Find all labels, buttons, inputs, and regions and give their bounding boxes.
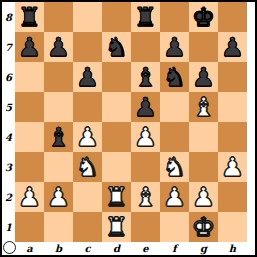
black-pawn-b7[interactable]: ♟ [47, 32, 70, 62]
square-e7[interactable] [131, 32, 160, 62]
square-c7[interactable] [73, 32, 102, 62]
square-d4[interactable] [102, 122, 131, 152]
square-d6[interactable] [102, 62, 131, 92]
file-label-a: a [15, 242, 44, 255]
square-g7[interactable] [189, 32, 218, 62]
white-pawn-g2[interactable]: ♟ [192, 182, 215, 212]
square-c6[interactable]: ♟ [73, 62, 102, 92]
white-pawn-a2[interactable]: ♟ [18, 182, 41, 212]
black-bishop-e6[interactable]: ♝ [134, 62, 157, 92]
square-h1[interactable] [218, 212, 247, 242]
square-a4[interactable] [15, 122, 44, 152]
file-label-h: h [218, 242, 247, 255]
square-f3[interactable]: ♞ [160, 152, 189, 182]
square-c5[interactable] [73, 92, 102, 122]
square-g3[interactable] [189, 152, 218, 182]
black-pawn-a7[interactable]: ♟ [18, 32, 41, 62]
square-f4[interactable] [160, 122, 189, 152]
square-e4[interactable]: ♟ [131, 122, 160, 152]
square-b2[interactable]: ♟ [44, 182, 73, 212]
black-pawn-g6[interactable]: ♟ [192, 62, 215, 92]
square-d3[interactable] [102, 152, 131, 182]
square-e6[interactable]: ♝ [131, 62, 160, 92]
black-pawn-e5[interactable]: ♟ [134, 92, 157, 122]
rank-label-1: 1 [2, 212, 15, 242]
square-a2[interactable]: ♟ [15, 182, 44, 212]
square-h2[interactable] [218, 182, 247, 212]
square-b6[interactable] [44, 62, 73, 92]
chess-diagram: 87654321 ♜♜♚♟♟♞♟♟♟♝♞♟♟♝♝♟♟♞♞♟♟♟♜♝♟♟♜♚ ab… [0, 0, 257, 257]
square-b3[interactable] [44, 152, 73, 182]
square-h7[interactable]: ♟ [218, 32, 247, 62]
square-b7[interactable]: ♟ [44, 32, 73, 62]
file-label-f: f [160, 242, 189, 255]
square-h6[interactable] [218, 62, 247, 92]
black-pawn-f7[interactable]: ♟ [163, 32, 186, 62]
square-g8[interactable]: ♚ [189, 2, 218, 32]
square-e1[interactable] [131, 212, 160, 242]
rank-label-5: 5 [2, 92, 15, 122]
rank-label-6: 6 [2, 62, 15, 92]
square-a7[interactable]: ♟ [15, 32, 44, 62]
square-g2[interactable]: ♟ [189, 182, 218, 212]
black-rook-e8[interactable]: ♜ [134, 2, 157, 32]
black-rook-a8[interactable]: ♜ [18, 2, 41, 32]
square-b8[interactable] [44, 2, 73, 32]
square-a5[interactable] [15, 92, 44, 122]
rank-label-7: 7 [2, 32, 15, 62]
square-h3[interactable]: ♟ [218, 152, 247, 182]
rank-label-8: 8 [2, 2, 15, 32]
black-knight-d7[interactable]: ♞ [105, 32, 128, 62]
white-pawn-f2[interactable]: ♟ [163, 182, 186, 212]
square-f6[interactable]: ♞ [160, 62, 189, 92]
white-to-move-indicator [3, 241, 16, 254]
file-label-e: e [131, 242, 160, 255]
square-d5[interactable] [102, 92, 131, 122]
square-e8[interactable]: ♜ [131, 2, 160, 32]
square-g6[interactable]: ♟ [189, 62, 218, 92]
white-king-g1[interactable]: ♚ [192, 212, 215, 242]
square-e3[interactable] [131, 152, 160, 182]
square-g1[interactable]: ♚ [189, 212, 218, 242]
square-a8[interactable]: ♜ [15, 2, 44, 32]
square-b4[interactable]: ♝ [44, 122, 73, 152]
rank-label-2: 2 [2, 182, 15, 212]
square-h4[interactable] [218, 122, 247, 152]
square-h8[interactable] [218, 2, 247, 32]
square-e2[interactable]: ♝ [131, 182, 160, 212]
square-c4[interactable]: ♟ [73, 122, 102, 152]
square-f8[interactable] [160, 2, 189, 32]
square-a6[interactable] [15, 62, 44, 92]
white-bishop-g5[interactable]: ♝ [192, 92, 215, 122]
file-label-b: b [44, 242, 73, 255]
black-knight-f6[interactable]: ♞ [163, 62, 186, 92]
square-f2[interactable]: ♟ [160, 182, 189, 212]
square-f5[interactable] [160, 92, 189, 122]
black-king-g8[interactable]: ♚ [192, 2, 215, 32]
file-label-d: d [102, 242, 131, 255]
square-b5[interactable] [44, 92, 73, 122]
square-c1[interactable] [73, 212, 102, 242]
black-bishop-b4[interactable]: ♝ [47, 122, 70, 152]
square-d2[interactable]: ♜ [102, 182, 131, 212]
black-pawn-h7[interactable]: ♟ [221, 32, 244, 62]
rank-label-4: 4 [2, 122, 15, 152]
rank-label-3: 3 [2, 152, 15, 182]
white-rook-d1[interactable]: ♜ [105, 212, 128, 242]
square-a3[interactable] [15, 152, 44, 182]
square-b1[interactable] [44, 212, 73, 242]
black-pawn-c6[interactable]: ♟ [76, 62, 99, 92]
square-a1[interactable] [15, 212, 44, 242]
white-pawn-c4[interactable]: ♟ [76, 122, 99, 152]
white-rook-d2[interactable]: ♜ [105, 182, 128, 212]
file-labels: abcdefgh [15, 242, 247, 255]
file-label-g: g [189, 242, 218, 255]
white-pawn-e4[interactable]: ♟ [134, 122, 157, 152]
rank-labels: 87654321 [2, 2, 15, 242]
white-knight-f3[interactable]: ♞ [163, 152, 186, 182]
square-d8[interactable] [102, 2, 131, 32]
white-pawn-h3[interactable]: ♟ [221, 152, 244, 182]
white-bishop-e2[interactable]: ♝ [134, 182, 157, 212]
white-pawn-b2[interactable]: ♟ [47, 182, 70, 212]
square-d7[interactable]: ♞ [102, 32, 131, 62]
square-g4[interactable] [189, 122, 218, 152]
square-f1[interactable] [160, 212, 189, 242]
square-g5[interactable]: ♝ [189, 92, 218, 122]
square-c8[interactable] [73, 2, 102, 32]
white-knight-c3[interactable]: ♞ [76, 152, 99, 182]
square-c3[interactable]: ♞ [73, 152, 102, 182]
file-label-c: c [73, 242, 102, 255]
square-d1[interactable]: ♜ [102, 212, 131, 242]
chess-board: ♜♜♚♟♟♞♟♟♟♝♞♟♟♝♝♟♟♞♞♟♟♟♜♝♟♟♜♚ [15, 2, 247, 242]
square-c2[interactable] [73, 182, 102, 212]
square-h5[interactable] [218, 92, 247, 122]
square-f7[interactable]: ♟ [160, 32, 189, 62]
square-e5[interactable]: ♟ [131, 92, 160, 122]
